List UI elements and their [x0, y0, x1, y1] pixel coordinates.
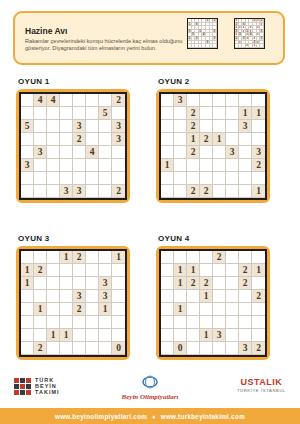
cell-r6c2[interactable]: [187, 172, 200, 185]
cell-r6c1[interactable]: [174, 329, 187, 342]
cell-r3c0[interactable]: [161, 290, 174, 303]
cell-r7c5[interactable]: [86, 185, 99, 198]
example-puzzle-frame: 3253353342333: [187, 18, 218, 49]
cell-r2c5[interactable]: [226, 120, 239, 133]
cell-r0c2[interactable]: [47, 251, 60, 264]
cell-r5c1[interactable]: [34, 316, 47, 329]
cell-r2c4[interactable]: [213, 120, 226, 133]
cell-r4c6[interactable]: [239, 146, 252, 159]
cell-r5c4[interactable]: [73, 316, 86, 329]
cell-r3c2[interactable]: 1: [187, 133, 200, 146]
cell-r3c0[interactable]: [161, 133, 174, 146]
cell-r0c5[interactable]: [86, 94, 99, 107]
cell-r5c7[interactable]: [112, 159, 125, 172]
cell-r2c3[interactable]: [60, 277, 73, 290]
cell-r3c3[interactable]: [60, 133, 73, 146]
cell-r0c3[interactable]: [200, 94, 213, 107]
cell-r3c3[interactable]: 2: [200, 133, 213, 146]
cell-r0c6[interactable]: [99, 251, 112, 264]
cell-r2c6[interactable]: 3: [239, 120, 252, 133]
brand-caption: TÜRKİYE İSTANBUL: [237, 388, 286, 393]
cell-r7c5[interactable]: [226, 342, 239, 355]
footer-url-right[interactable]: www.turkbeyintakimi.com: [161, 413, 245, 420]
board-oyun-1[interactable]: 442553323343332: [19, 92, 127, 200]
pixel-grid-icon: [14, 378, 31, 395]
cell-r6c4[interactable]: [213, 172, 226, 185]
cell-r4c5[interactable]: [226, 303, 239, 316]
cell-r1c4[interactable]: [73, 107, 86, 120]
cell-r1c4[interactable]: [73, 264, 86, 277]
cell-r6c7[interactable]: [252, 172, 265, 185]
cell-r2c1[interactable]: [34, 277, 47, 290]
label-oyun-4: OYUN 4: [158, 234, 190, 243]
cell-r4c6[interactable]: [239, 303, 252, 316]
cell-r5c5[interactable]: [226, 316, 239, 329]
cell-r5c7[interactable]: 2: [252, 159, 265, 172]
cell-r5c0[interactable]: [161, 316, 174, 329]
cell-r5c2[interactable]: [187, 316, 200, 329]
cell-r0c2[interactable]: 4: [47, 94, 60, 107]
cell-r5c4[interactable]: [213, 316, 226, 329]
cell-r5c0[interactable]: [21, 316, 34, 329]
cell-r2c6[interactable]: 2: [239, 277, 252, 290]
cell-r6c4[interactable]: [73, 172, 86, 185]
cell-r7c3[interactable]: [60, 342, 73, 355]
cell-r7c5[interactable]: [226, 185, 239, 198]
cell-r5c1[interactable]: [34, 159, 47, 172]
cell-r1c5[interactable]: [226, 107, 239, 120]
cell-r6c3[interactable]: [200, 172, 213, 185]
cell-r6c0[interactable]: [21, 329, 34, 342]
cell-r0c0[interactable]: [21, 94, 34, 107]
cell-r7c0[interactable]: [21, 342, 34, 355]
board-oyun-4[interactable]: 21121122212113032: [159, 249, 267, 357]
cell-r1c6[interactable]: 2: [239, 264, 252, 277]
cell-r2c2[interactable]: 2: [187, 120, 200, 133]
cell-r6c6[interactable]: [99, 172, 112, 185]
cell-r4c7[interactable]: [112, 146, 125, 159]
cell-r0c5[interactable]: [86, 251, 99, 264]
cell-r2c0[interactable]: [161, 120, 174, 133]
cell-r2c2[interactable]: [47, 120, 60, 133]
cell-r0c6[interactable]: [239, 251, 252, 264]
cell-r5c6[interactable]: [99, 159, 112, 172]
cell-r6c7[interactable]: [112, 172, 125, 185]
cell-r6c0[interactable]: [161, 172, 174, 185]
cell-r4c5[interactable]: 4: [86, 146, 99, 159]
board-oyun-2[interactable]: 32112312123312221: [159, 92, 267, 200]
cell-r1c4[interactable]: [213, 264, 226, 277]
cell-r1c0[interactable]: [161, 264, 174, 277]
cell-r5c4[interactable]: [213, 159, 226, 172]
cell-r2c0[interactable]: 1: [21, 277, 34, 290]
cell-r4c1[interactable]: [174, 146, 187, 159]
cell-r3c6[interactable]: [99, 133, 112, 146]
cell-r6c2[interactable]: [47, 172, 60, 185]
cell-r5c6[interactable]: [239, 159, 252, 172]
cell-r4c3[interactable]: [60, 303, 73, 316]
cell-r0c7[interactable]: [252, 251, 265, 264]
cell-r6c5[interactable]: [226, 172, 239, 185]
cell-r7c0[interactable]: [21, 185, 34, 198]
cell-r5c6[interactable]: [99, 316, 112, 329]
cell-r1c0[interactable]: 1: [21, 264, 34, 277]
blue-swirl-icon: [141, 375, 159, 389]
label-oyun-1: OYUN 1: [18, 77, 50, 86]
cell-r1c3[interactable]: [60, 107, 73, 120]
cell-r2c1[interactable]: 1: [174, 277, 187, 290]
cell-r5c3[interactable]: [200, 159, 213, 172]
cell-r2c3[interactable]: [60, 120, 73, 133]
cell-r1c6[interactable]: 5: [99, 107, 112, 120]
cell-r0c4[interactable]: 2: [73, 251, 86, 264]
cell-r0c7[interactable]: [252, 94, 265, 107]
brand-logo: USTALIK TÜRKİYE İSTANBUL: [237, 377, 286, 393]
cell-r7c7[interactable]: 1: [252, 185, 265, 198]
cell-r7c3[interactable]: 2: [200, 185, 213, 198]
cell-r4c0[interactable]: [161, 303, 174, 316]
cell-r1c1[interactable]: 1: [174, 264, 187, 277]
cell-r1c0[interactable]: [161, 107, 174, 120]
cell-r7c7[interactable]: 2: [252, 342, 265, 355]
cell-r3c6[interactable]: [239, 133, 252, 146]
cell-r0c7[interactable]: 1: [112, 251, 125, 264]
cell-r4c5[interactable]: 3: [226, 146, 239, 159]
instructions-panel: Hazine Avı Rakamlar çevrelerindeki komşu…: [13, 11, 285, 65]
cell-r4c6[interactable]: 1: [99, 303, 112, 316]
board-frame-oyun-4: 21121122212113032: [156, 246, 270, 360]
cell-r0c1[interactable]: [34, 251, 47, 264]
cell-r1c2[interactable]: 1: [187, 264, 200, 277]
cell-r7c1[interactable]: 2: [34, 342, 47, 355]
board-oyun-3[interactable]: 1211213331211120: [19, 249, 127, 357]
cell-r0c3[interactable]: [60, 94, 73, 107]
cell-r3c0[interactable]: [21, 290, 34, 303]
cell-r6c3[interactable]: 1: [60, 329, 73, 342]
cell-r6c0[interactable]: [21, 172, 34, 185]
cell-r0c5[interactable]: [226, 251, 239, 264]
cell-r7c1[interactable]: 0: [174, 342, 187, 355]
logo-center-text: Beyin Olimpiyatları: [110, 393, 190, 401]
cell-r2c0[interactable]: 5: [21, 120, 34, 133]
cell-r4c3[interactable]: [200, 303, 213, 316]
cell-r1c5[interactable]: [226, 264, 239, 277]
cell-r6c6[interactable]: [239, 329, 252, 342]
cell-r4c1[interactable]: 1: [174, 303, 187, 316]
cell-r0c6[interactable]: [99, 94, 112, 107]
cell-r6c2[interactable]: 1: [47, 329, 60, 342]
cell-r4c0[interactable]: [21, 303, 34, 316]
cell-r7c4[interactable]: 3: [73, 185, 86, 198]
board-frame-oyun-1: 442553323343332: [16, 89, 130, 203]
cell-r6c4[interactable]: [73, 329, 86, 342]
cell-r5c3[interactable]: [60, 159, 73, 172]
cell-r1c2[interactable]: [47, 264, 60, 277]
cell-r3c4[interactable]: 1: [213, 133, 226, 146]
cell-r1c1[interactable]: [174, 107, 187, 120]
cell-r0c0[interactable]: [161, 94, 174, 107]
cell-r2c2[interactable]: [47, 277, 60, 290]
cell-r3c7[interactable]: 3: [112, 133, 125, 146]
cell-r1c4[interactable]: [213, 107, 226, 120]
cell-r4c4[interactable]: [213, 146, 226, 159]
example-puzzle-board: 3253353342333: [187, 18, 218, 49]
cell-r2c7[interactable]: [112, 277, 125, 290]
cell-r7c6[interactable]: [239, 185, 252, 198]
cell-r7c7[interactable]: 0: [112, 342, 125, 355]
cell-r4c4[interactable]: [73, 146, 86, 159]
cell-r6c6[interactable]: [239, 172, 252, 185]
cell-r0c3[interactable]: [200, 251, 213, 264]
cell-r3c7[interactable]: [252, 133, 265, 146]
cell-r3c5[interactable]: [226, 290, 239, 303]
cell-r6c7[interactable]: [112, 329, 125, 342]
cell-r3c0[interactable]: [21, 133, 34, 146]
cell-r2c4[interactable]: 3: [73, 120, 86, 133]
cell-r5c5[interactable]: [86, 159, 99, 172]
cell-r4c2[interactable]: 2: [187, 146, 200, 159]
cell-r5c2[interactable]: [47, 316, 60, 329]
cell-r7c0[interactable]: [161, 185, 174, 198]
cell-r1c5[interactable]: [86, 107, 99, 120]
cell-r5c4[interactable]: [73, 159, 86, 172]
cell-r6c5[interactable]: [86, 329, 99, 342]
cell-r3c2[interactable]: [187, 290, 200, 303]
cell-r2c0[interactable]: [161, 277, 174, 290]
cell-r5c7[interactable]: [112, 316, 125, 329]
cell-r3c1[interactable]: [34, 133, 47, 146]
footer-logos: TÜRK BEYİN TAKIMI Beyin Olimpiyatları US…: [0, 375, 300, 405]
cell-r3c5[interactable]: [226, 133, 239, 146]
cell-r7c7: [260, 44, 264, 48]
cell-r1c1[interactable]: 2: [34, 264, 47, 277]
cell-r7c6[interactable]: [99, 185, 112, 198]
cell-r4c1[interactable]: 1: [34, 303, 47, 316]
turk-beyin-takimi-logo: TÜRK BEYİN TAKIMI: [14, 377, 60, 395]
cell-r0c1[interactable]: 3: [174, 94, 187, 107]
beyin-olimpiyatlari-logo: Beyin Olimpiyatları: [110, 375, 190, 401]
puzzle-title: Hazine Avı: [25, 26, 67, 36]
cell-r0c4[interactable]: [213, 94, 226, 107]
cell-r1c6[interactable]: [99, 264, 112, 277]
cell-r2c6[interactable]: 3: [99, 277, 112, 290]
cell-r2c7[interactable]: 3: [112, 120, 125, 133]
label-oyun-3: OYUN 3: [18, 234, 50, 243]
cell-r3c5[interactable]: [86, 133, 99, 146]
cell-r2c1[interactable]: [34, 120, 47, 133]
cell-r1c7[interactable]: 1: [252, 264, 265, 277]
cell-r7c6[interactable]: 3: [239, 342, 252, 355]
cell-r3c4[interactable]: [213, 290, 226, 303]
cell-r4c2[interactable]: [47, 303, 60, 316]
cell-r0c3[interactable]: 1: [60, 251, 73, 264]
cell-r1c0[interactable]: [21, 107, 34, 120]
cell-r2c3[interactable]: [200, 120, 213, 133]
cell-r5c5[interactable]: [86, 316, 99, 329]
cell-r0c6[interactable]: [239, 94, 252, 107]
cell-r4c7[interactable]: [252, 303, 265, 316]
cell-r3c3[interactable]: 1: [200, 290, 213, 303]
cell-r3c1[interactable]: [174, 290, 187, 303]
cell-r7c1[interactable]: [34, 185, 47, 198]
cell-r0c4[interactable]: 2: [213, 251, 226, 264]
cell-r5c1[interactable]: [174, 316, 187, 329]
cell-r0c0[interactable]: [21, 251, 34, 264]
cell-r5c3[interactable]: [200, 316, 213, 329]
cell-r3c1[interactable]: [174, 133, 187, 146]
cell-r2c2[interactable]: 2: [187, 277, 200, 290]
cell-r5c0[interactable]: 3: [21, 159, 34, 172]
cell-r3c2[interactable]: [47, 133, 60, 146]
cell-r0c0[interactable]: [161, 251, 174, 264]
cell-r2c3[interactable]: 2: [200, 277, 213, 290]
cell-r6c5[interactable]: [226, 329, 239, 342]
cell-r5c7[interactable]: [252, 316, 265, 329]
cell-r4c4[interactable]: [213, 303, 226, 316]
board-frame-oyun-2: 32112312123312221: [156, 89, 270, 203]
cell-r7c3[interactable]: 3: [60, 185, 73, 198]
cell-r0c1[interactable]: 4: [34, 94, 47, 107]
cell-r6c7[interactable]: [252, 329, 265, 342]
cell-r6c3[interactable]: [60, 172, 73, 185]
cell-r4c7[interactable]: [112, 303, 125, 316]
cell-r5c3[interactable]: [60, 316, 73, 329]
example-solution-frame: ♦3♦253♦♦♦♦♦♦3♦5♦3♦3♦4♦23♦♦3♦3♦♦♦: [234, 18, 265, 49]
cell-r3c3[interactable]: [60, 290, 73, 303]
cell-r6c6[interactable]: [99, 329, 112, 342]
logo-left-line3: TAKIMI: [35, 389, 60, 395]
cell-r4c1[interactable]: 3: [34, 146, 47, 159]
cell-r1c7[interactable]: 1: [252, 107, 265, 120]
cell-r2c7[interactable]: [252, 277, 265, 290]
cell-r6c2[interactable]: [187, 329, 200, 342]
cell-r0c1[interactable]: [174, 251, 187, 264]
cell-r7c7: [213, 44, 217, 48]
board-frame-oyun-3: 1211213331211120: [16, 246, 130, 360]
cell-r5c1[interactable]: [174, 159, 187, 172]
cell-r2c1[interactable]: [174, 120, 187, 133]
cell-r0c5[interactable]: [226, 94, 239, 107]
cell-r3c7[interactable]: 2: [252, 290, 265, 303]
cell-r3c4[interactable]: 2: [73, 133, 86, 146]
cell-r7c7[interactable]: 2: [112, 185, 125, 198]
cell-r1c3[interactable]: [60, 264, 73, 277]
footer-url-left[interactable]: www.beyinolimpiyatlari.com: [55, 413, 147, 420]
cell-r3c6[interactable]: 3: [99, 290, 112, 303]
footer-separator-icon: ♦: [152, 413, 156, 420]
cell-r1c6[interactable]: 1: [239, 107, 252, 120]
cell-r4c3[interactable]: [60, 146, 73, 159]
cell-r7c3[interactable]: [200, 342, 213, 355]
cell-r2c4[interactable]: [73, 277, 86, 290]
cell-r6c5[interactable]: [86, 172, 99, 185]
cell-r4c5[interactable]: [86, 303, 99, 316]
cell-r5c6[interactable]: [239, 316, 252, 329]
cell-r6c1[interactable]: [34, 172, 47, 185]
cell-r7c2[interactable]: 2: [187, 185, 200, 198]
cell-r2c5[interactable]: [86, 120, 99, 133]
cell-r3c2[interactable]: [47, 290, 60, 303]
example-solution-board: ♦3♦253♦♦♦♦♦♦3♦5♦3♦3♦4♦23♦♦3♦3♦♦♦: [234, 18, 265, 49]
label-oyun-2: OYUN 2: [158, 77, 190, 86]
cell-r7c2[interactable]: [187, 342, 200, 355]
cell-r1c7[interactable]: [112, 264, 125, 277]
cell-r5c2[interactable]: [187, 159, 200, 172]
cell-r3c7[interactable]: [112, 290, 125, 303]
cell-r6c0[interactable]: [161, 329, 174, 342]
cell-r1c1[interactable]: [34, 107, 47, 120]
cell-r7c2[interactable]: [47, 185, 60, 198]
cell-r0c2[interactable]: [187, 94, 200, 107]
cell-r2c6[interactable]: [99, 120, 112, 133]
cell-r4c0[interactable]: [161, 146, 174, 159]
footer-url-bar: www.beyinolimpiyatlari.com ♦ www.turkbey…: [0, 408, 300, 424]
cell-r4c4[interactable]: 2: [73, 303, 86, 316]
cell-r3c6[interactable]: [239, 290, 252, 303]
cell-r0c7[interactable]: 2: [112, 94, 125, 107]
cell-r6c1[interactable]: [174, 172, 187, 185]
cell-r5c0[interactable]: 1: [161, 159, 174, 172]
cell-r1c5[interactable]: [86, 264, 99, 277]
cell-r6c1[interactable]: [34, 329, 47, 342]
cell-r4c2[interactable]: [47, 146, 60, 159]
cell-r7c4[interactable]: [213, 342, 226, 355]
cell-r1c2[interactable]: 2: [187, 107, 200, 120]
cell-r1c3[interactable]: [200, 107, 213, 120]
cell-r0c4[interactable]: [73, 94, 86, 107]
cell-r5c5[interactable]: [226, 159, 239, 172]
cell-r1c2[interactable]: [47, 107, 60, 120]
cell-r6c3[interactable]: 1: [200, 329, 213, 342]
cell-r4c0[interactable]: [21, 146, 34, 159]
cell-r7c0[interactable]: [161, 342, 174, 355]
cell-r3c4[interactable]: 3: [73, 290, 86, 303]
cell-r7c1[interactable]: [174, 185, 187, 198]
cell-r1c7[interactable]: [112, 107, 125, 120]
cell-r4c7[interactable]: 3: [252, 146, 265, 159]
cell-r2c7[interactable]: [252, 120, 265, 133]
brand-wordmark: USTALIK: [237, 377, 286, 387]
cell-r4c2[interactable]: [187, 303, 200, 316]
cell-r7c2[interactable]: [47, 342, 60, 355]
cell-r6c4[interactable]: 3: [213, 329, 226, 342]
cell-r2c5[interactable]: [86, 277, 99, 290]
cell-r7c4[interactable]: [73, 342, 86, 355]
cell-r2c5[interactable]: [226, 277, 239, 290]
cell-r4c3[interactable]: [200, 146, 213, 159]
cell-r3c5[interactable]: [86, 290, 99, 303]
cell-r4c6[interactable]: [99, 146, 112, 159]
puzzle-instructions: Rakamlar çevrelerindeki komşu hücrelerde…: [25, 38, 183, 52]
cell-r7c5[interactable]: [86, 342, 99, 355]
cell-r1c3[interactable]: [200, 264, 213, 277]
cell-r3c1[interactable]: [34, 290, 47, 303]
cell-r7c4[interactable]: [213, 185, 226, 198]
cell-r2c4[interactable]: [213, 277, 226, 290]
cell-r7c6[interactable]: [99, 342, 112, 355]
cell-r0c2[interactable]: [187, 251, 200, 264]
cell-r5c2[interactable]: [47, 159, 60, 172]
